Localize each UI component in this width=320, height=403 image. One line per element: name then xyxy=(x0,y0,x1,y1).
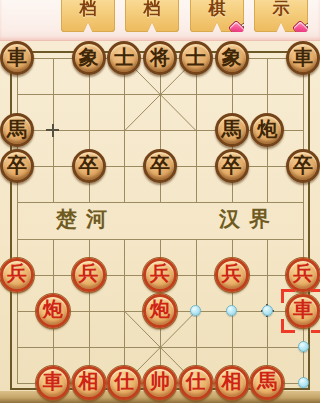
piece-red-horse-h1[interactable]: 馬 xyxy=(250,366,284,400)
load-button-label: 档 xyxy=(125,0,179,20)
piece-black-elephant-g10[interactable]: 象 xyxy=(215,41,249,75)
piece-glyph: 兵 xyxy=(79,260,99,287)
piece-glyph: 士 xyxy=(114,44,134,71)
piece-glyph: 兵 xyxy=(293,260,313,287)
undo-button-label: 棋 xyxy=(190,0,244,20)
piece-red-elephant-c1[interactable]: 相 xyxy=(72,366,106,400)
river-label-right: 汉界 xyxy=(219,205,279,233)
piece-red-soldier-g4[interactable]: 兵 xyxy=(215,258,249,292)
piece-glyph: 馬 xyxy=(7,116,27,143)
piece-black-advisor-f10[interactable]: 士 xyxy=(179,41,213,75)
piece-red-soldier-e4[interactable]: 兵 xyxy=(143,258,177,292)
piece-black-horse-a8[interactable]: 馬 xyxy=(0,113,34,147)
piece-red-chariot-i3[interactable]: 車 xyxy=(286,294,320,328)
load-button[interactable]: 档 xyxy=(125,0,179,32)
piece-glyph: 士 xyxy=(186,44,206,71)
piece-black-soldier-i7[interactable]: 卒 xyxy=(286,149,320,183)
piece-black-chariot-a10[interactable]: 車 xyxy=(0,41,34,75)
piece-glyph: 兵 xyxy=(222,260,242,287)
piece-glyph: 卒 xyxy=(222,152,242,179)
piece-glyph: 車 xyxy=(7,44,27,71)
piece-red-advisor-f1[interactable]: 仕 xyxy=(179,366,213,400)
piece-glyph: 象 xyxy=(222,44,242,71)
piece-glyph: 仕 xyxy=(186,368,206,395)
piece-glyph: 仕 xyxy=(114,368,134,395)
piece-red-advisor-d1[interactable]: 仕 xyxy=(107,366,141,400)
piece-black-soldier-c7[interactable]: 卒 xyxy=(72,149,106,183)
move-hint-dot[interactable] xyxy=(298,341,309,352)
piece-glyph: 炮 xyxy=(257,116,277,143)
piece-glyph: 象 xyxy=(79,44,99,71)
piece-glyph: 将 xyxy=(150,44,170,71)
piece-black-chariot-i10[interactable]: 車 xyxy=(286,41,320,75)
save-button[interactable]: 档 xyxy=(61,0,115,32)
piece-glyph: 卒 xyxy=(150,152,170,179)
move-hint-dot[interactable] xyxy=(298,377,309,388)
piece-glyph: 炮 xyxy=(150,296,170,323)
piece-red-general-e1[interactable]: 帅 xyxy=(143,366,177,400)
piece-black-elephant-c10[interactable]: 象 xyxy=(72,41,106,75)
piece-glyph: 炮 xyxy=(43,296,63,323)
piece-red-soldier-i4[interactable]: 兵 xyxy=(286,258,320,292)
piece-red-chariot-b1[interactable]: 車 xyxy=(36,366,70,400)
piece-black-advisor-d10[interactable]: 士 xyxy=(107,41,141,75)
hint-button-label: 示 xyxy=(254,0,308,20)
undo-count-badge: 2 xyxy=(231,21,248,36)
piece-glyph: 車 xyxy=(293,296,313,323)
piece-glyph: 兵 xyxy=(150,260,170,287)
piece-glyph: 車 xyxy=(43,368,63,395)
piece-glyph: 卒 xyxy=(293,152,313,179)
piece-glyph: 帅 xyxy=(150,368,170,395)
piece-black-horse-g8[interactable]: 馬 xyxy=(215,113,249,147)
piece-glyph: 兵 xyxy=(7,260,27,287)
piece-glyph: 卒 xyxy=(7,152,27,179)
point-marker-cross xyxy=(46,124,59,137)
piece-glyph: 車 xyxy=(293,44,313,71)
piece-black-soldier-g7[interactable]: 卒 xyxy=(215,149,249,183)
piece-red-soldier-a4[interactable]: 兵 xyxy=(0,258,34,292)
save-button-label: 档 xyxy=(61,0,115,20)
undo-button[interactable]: 棋 2 xyxy=(190,0,244,32)
piece-red-elephant-g1[interactable]: 相 xyxy=(215,366,249,400)
piece-glyph: 馬 xyxy=(222,116,242,143)
piece-red-soldier-c4[interactable]: 兵 xyxy=(72,258,106,292)
river-label-left: 楚河 xyxy=(56,205,116,233)
piece-red-cannon-e3[interactable]: 炮 xyxy=(143,294,177,328)
move-hint-dot[interactable] xyxy=(262,305,273,316)
piece-glyph: 相 xyxy=(79,368,99,395)
piece-red-cannon-b3[interactable]: 炮 xyxy=(36,294,70,328)
piece-glyph: 卒 xyxy=(79,152,99,179)
hint-button[interactable]: 示 2 xyxy=(254,0,308,32)
piece-glyph: 馬 xyxy=(257,368,277,395)
top-menu-bar: 档 档 棋 2 示 2 xyxy=(0,0,320,40)
piece-black-general-e10[interactable]: 将 xyxy=(143,41,177,75)
hint-count-badge: 2 xyxy=(295,21,312,36)
xiangqi-app: 楚河 汉界 車象士将士象車馬馬炮卒卒卒卒卒兵兵兵兵兵炮炮車車相仕帅仕相馬 档 档… xyxy=(0,0,320,403)
piece-glyph: 相 xyxy=(222,368,242,395)
